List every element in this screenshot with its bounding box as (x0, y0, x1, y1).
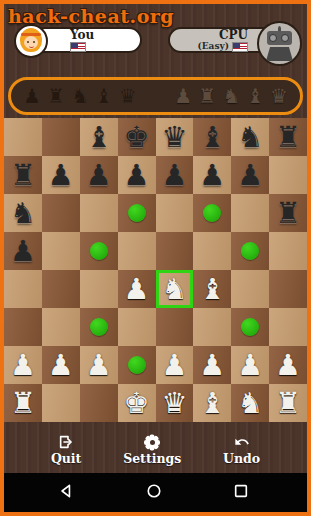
square-c2[interactable]: ♟ (80, 346, 118, 384)
white-pawn-e2: ♟ (161, 346, 187, 384)
square-c1[interactable] (80, 384, 118, 422)
square-e4[interactable]: ♞ (156, 270, 194, 308)
white-pawn-f2: ♟ (199, 346, 225, 384)
square-d6[interactable] (118, 194, 156, 232)
black-rook-h8: ♜ (275, 118, 301, 156)
ghost-white-bishop: ♝ (246, 82, 264, 110)
captured-black-group: ♟♜♞♝♛ (23, 82, 137, 110)
square-a6[interactable]: ♞ (4, 194, 42, 232)
square-b3[interactable] (42, 308, 80, 346)
square-c6[interactable] (80, 194, 118, 232)
square-b6[interactable] (42, 194, 80, 232)
square-e1[interactable]: ♛ (156, 384, 194, 422)
gear-icon (144, 434, 160, 450)
square-h1[interactable]: ♜ (269, 384, 307, 422)
white-pawn-d4: ♟ (124, 270, 150, 308)
white-king-d1: ♚ (124, 384, 150, 422)
square-f2[interactable]: ♟ (193, 346, 231, 384)
black-pawn-e7: ♟ (161, 156, 187, 194)
ghost-black-pawn: ♟ (23, 82, 41, 110)
square-e6[interactable] (156, 194, 194, 232)
legal-move-dot-d6[interactable] (128, 204, 146, 222)
white-queen-e1: ♛ (161, 384, 187, 422)
us-flag-icon (70, 42, 86, 52)
action-bar: Quit Settings Undo (4, 428, 307, 472)
square-f6[interactable] (193, 194, 231, 232)
captured-pieces-tray: ♟♜♞♝♛ ♟♜♞♝♛ (8, 77, 303, 115)
square-c3[interactable] (80, 308, 118, 346)
ghost-black-knight: ♞ (71, 82, 89, 110)
black-pawn-f7: ♟ (199, 156, 225, 194)
square-b1[interactable] (42, 384, 80, 422)
android-nav-bar (4, 473, 307, 512)
undo-button[interactable]: Undo (223, 434, 260, 466)
square-g8[interactable]: ♞ (231, 118, 269, 156)
square-f5[interactable] (193, 232, 231, 270)
square-h8[interactable]: ♜ (269, 118, 307, 156)
square-d1[interactable]: ♚ (118, 384, 156, 422)
quit-button[interactable]: Quit (51, 434, 82, 466)
legal-move-dot-g3[interactable] (241, 318, 259, 336)
square-f1[interactable]: ♝ (193, 384, 231, 422)
legal-move-dot-g5[interactable] (241, 242, 259, 260)
player-avatar (14, 24, 48, 58)
square-e2[interactable]: ♟ (156, 346, 194, 384)
legal-move-dot-f6[interactable] (203, 204, 221, 222)
square-g4[interactable] (231, 270, 269, 308)
legal-move-dot-c3[interactable] (90, 318, 108, 336)
square-g2[interactable]: ♟ (231, 346, 269, 384)
black-bishop-f8: ♝ (199, 118, 225, 156)
home-button[interactable] (145, 482, 163, 504)
white-pawn-b2: ♟ (48, 346, 74, 384)
black-pawn-g7: ♟ (237, 156, 263, 194)
black-pawn-b7: ♟ (48, 156, 74, 194)
square-a7[interactable]: ♜ (4, 156, 42, 194)
legal-move-dot-d2[interactable] (128, 356, 146, 374)
player-pill-you: You (32, 27, 142, 53)
ghost-white-pawn: ♟ (174, 82, 192, 110)
settings-button[interactable]: Settings (123, 434, 181, 466)
black-pawn-a5: ♟ (10, 232, 36, 270)
white-pawn-a2: ♟ (10, 346, 36, 384)
square-b4[interactable] (42, 270, 80, 308)
square-d8[interactable]: ♚ (118, 118, 156, 156)
square-g6[interactable] (231, 194, 269, 232)
square-d5[interactable] (118, 232, 156, 270)
white-rook-h1: ♜ (275, 384, 301, 422)
square-g3[interactable] (231, 308, 269, 346)
white-rook-a1: ♜ (10, 384, 36, 422)
square-f7[interactable]: ♟ (193, 156, 231, 194)
square-g7[interactable]: ♟ (231, 156, 269, 194)
square-f3[interactable] (193, 308, 231, 346)
white-bishop-f4: ♝ (199, 270, 225, 308)
square-f4[interactable]: ♝ (193, 270, 231, 308)
square-e3[interactable] (156, 308, 194, 346)
square-a3[interactable] (4, 308, 42, 346)
recents-button[interactable] (232, 482, 250, 504)
square-a2[interactable]: ♟ (4, 346, 42, 384)
app-screen: hack-cheat.org You CPU (Easy) ♟♜♞♝♛ ♟♜♞♝… (0, 0, 311, 516)
white-pawn-h2: ♟ (275, 346, 301, 384)
square-e5[interactable] (156, 232, 194, 270)
cpu-difficulty: (Easy) (197, 42, 229, 51)
square-b2[interactable]: ♟ (42, 346, 80, 384)
ghost-black-queen: ♛ (119, 82, 137, 110)
cpu-robot-avatar (257, 21, 302, 66)
white-knight-e4: ♞ (161, 270, 187, 308)
black-rook-a7: ♜ (10, 156, 36, 194)
white-knight-g1: ♞ (237, 384, 263, 422)
us-flag-icon (232, 42, 248, 52)
ghost-black-rook: ♜ (47, 82, 65, 110)
black-queen-e8: ♛ (161, 118, 187, 156)
square-a1[interactable]: ♜ (4, 384, 42, 422)
black-king-d8: ♚ (124, 118, 150, 156)
square-d3[interactable] (118, 308, 156, 346)
square-h7[interactable] (269, 156, 307, 194)
square-a8[interactable] (4, 118, 42, 156)
square-f8[interactable]: ♝ (193, 118, 231, 156)
ghost-black-bishop: ♝ (95, 82, 113, 110)
undo-icon (234, 434, 250, 450)
square-b5[interactable] (42, 232, 80, 270)
player-name: You (70, 29, 94, 41)
square-c7[interactable]: ♟ (80, 156, 118, 194)
white-pawn-c2: ♟ (86, 346, 112, 384)
square-c8[interactable]: ♝ (80, 118, 118, 156)
captured-white-group: ♟♜♞♝♛ (174, 82, 288, 110)
cpu-name: CPU (219, 29, 248, 41)
square-h4[interactable] (269, 270, 307, 308)
black-knight-a6: ♞ (10, 194, 36, 232)
square-e7[interactable]: ♟ (156, 156, 194, 194)
black-rook-h6: ♜ (275, 194, 301, 232)
black-pawn-c7: ♟ (86, 156, 112, 194)
chess-board: ♝♚♛♝♞♜♜♟♟♟♟♟♟♞♜♟♟♞♝♟♟♟♟♟♟♟♜♚♛♝♞♜ (4, 118, 307, 422)
square-d2[interactable] (118, 346, 156, 384)
back-button[interactable] (58, 482, 76, 504)
ghost-white-rook: ♜ (198, 82, 216, 110)
white-pawn-g2: ♟ (237, 346, 263, 384)
square-h2[interactable]: ♟ (269, 346, 307, 384)
square-a4[interactable] (4, 270, 42, 308)
square-h3[interactable] (269, 308, 307, 346)
black-pawn-d7: ♟ (124, 156, 150, 194)
black-knight-g8: ♞ (237, 118, 263, 156)
square-h6[interactable]: ♜ (269, 194, 307, 232)
square-b8[interactable] (42, 118, 80, 156)
square-g5[interactable] (231, 232, 269, 270)
square-c5[interactable] (80, 232, 118, 270)
square-d7[interactable]: ♟ (118, 156, 156, 194)
square-d4[interactable]: ♟ (118, 270, 156, 308)
white-bishop-f1: ♝ (199, 384, 225, 422)
square-b7[interactable]: ♟ (42, 156, 80, 194)
square-g1[interactable]: ♞ (231, 384, 269, 422)
ghost-white-knight: ♞ (222, 82, 240, 110)
square-h5[interactable] (269, 232, 307, 270)
exit-icon (58, 434, 74, 450)
square-e8[interactable]: ♛ (156, 118, 194, 156)
black-bishop-c8: ♝ (86, 118, 112, 156)
ghost-white-queen: ♛ (270, 82, 288, 110)
square-a5[interactable]: ♟ (4, 232, 42, 270)
square-c4[interactable] (80, 270, 118, 308)
legal-move-dot-c5[interactable] (90, 242, 108, 260)
